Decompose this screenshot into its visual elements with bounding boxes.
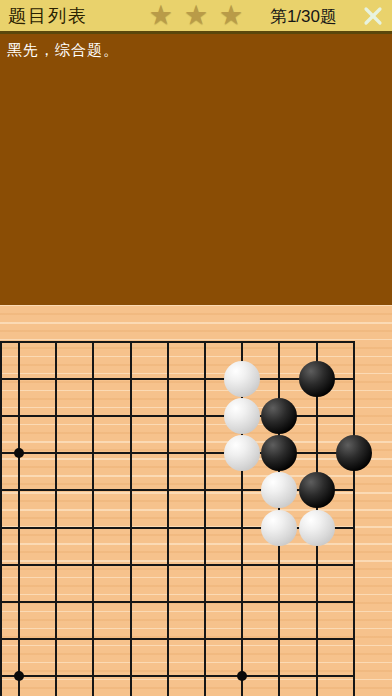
problem-list-button[interactable]: 题目列表	[8, 0, 88, 31]
grid-line-vertical	[130, 341, 132, 696]
close-button[interactable]	[363, 6, 383, 26]
white-stone	[224, 398, 260, 434]
grid-line-horizontal	[0, 675, 355, 677]
header-bar: 题目列表 ★ ★ ★ 第1/30题	[0, 0, 392, 34]
grid-line-horizontal	[0, 452, 355, 454]
star-point	[14, 671, 24, 681]
white-stone	[224, 435, 260, 471]
grid-line-vertical	[18, 341, 20, 696]
star-icon: ★	[219, 2, 243, 29]
problem-statement-bar: 黑先，综合题。	[0, 34, 392, 305]
star-icon: ★	[184, 2, 208, 29]
grid-line-vertical	[353, 341, 355, 696]
grid-line-horizontal	[0, 564, 355, 566]
black-stone	[336, 435, 372, 471]
star-point	[14, 448, 24, 458]
grid-line-vertical	[92, 341, 94, 696]
black-stone	[261, 435, 297, 471]
star-icon: ★	[149, 2, 173, 29]
difficulty-stars: ★ ★ ★	[149, 0, 244, 31]
black-stone	[299, 361, 335, 397]
grid-line-vertical	[0, 341, 2, 696]
white-stone	[299, 510, 335, 546]
grid-line-vertical	[55, 341, 57, 696]
grid-line-horizontal	[0, 415, 355, 417]
problem-statement: 黑先，综合题。	[7, 41, 119, 60]
go-board[interactable]	[0, 305, 392, 696]
black-stone	[261, 398, 297, 434]
black-stone	[299, 472, 335, 508]
grid-line-horizontal	[0, 341, 355, 343]
close-icon	[363, 6, 383, 26]
white-stone	[261, 472, 297, 508]
grid-line-horizontal	[0, 601, 355, 603]
white-stone	[261, 510, 297, 546]
grid-line-vertical	[204, 341, 206, 696]
star-point	[237, 671, 247, 681]
grid-line-horizontal	[0, 638, 355, 640]
white-stone	[224, 361, 260, 397]
grid-line-vertical	[167, 341, 169, 696]
problem-counter: 第1/30题	[270, 0, 337, 31]
app-screen: 题目列表 ★ ★ ★ 第1/30题 黑先，综合题。	[0, 0, 392, 696]
